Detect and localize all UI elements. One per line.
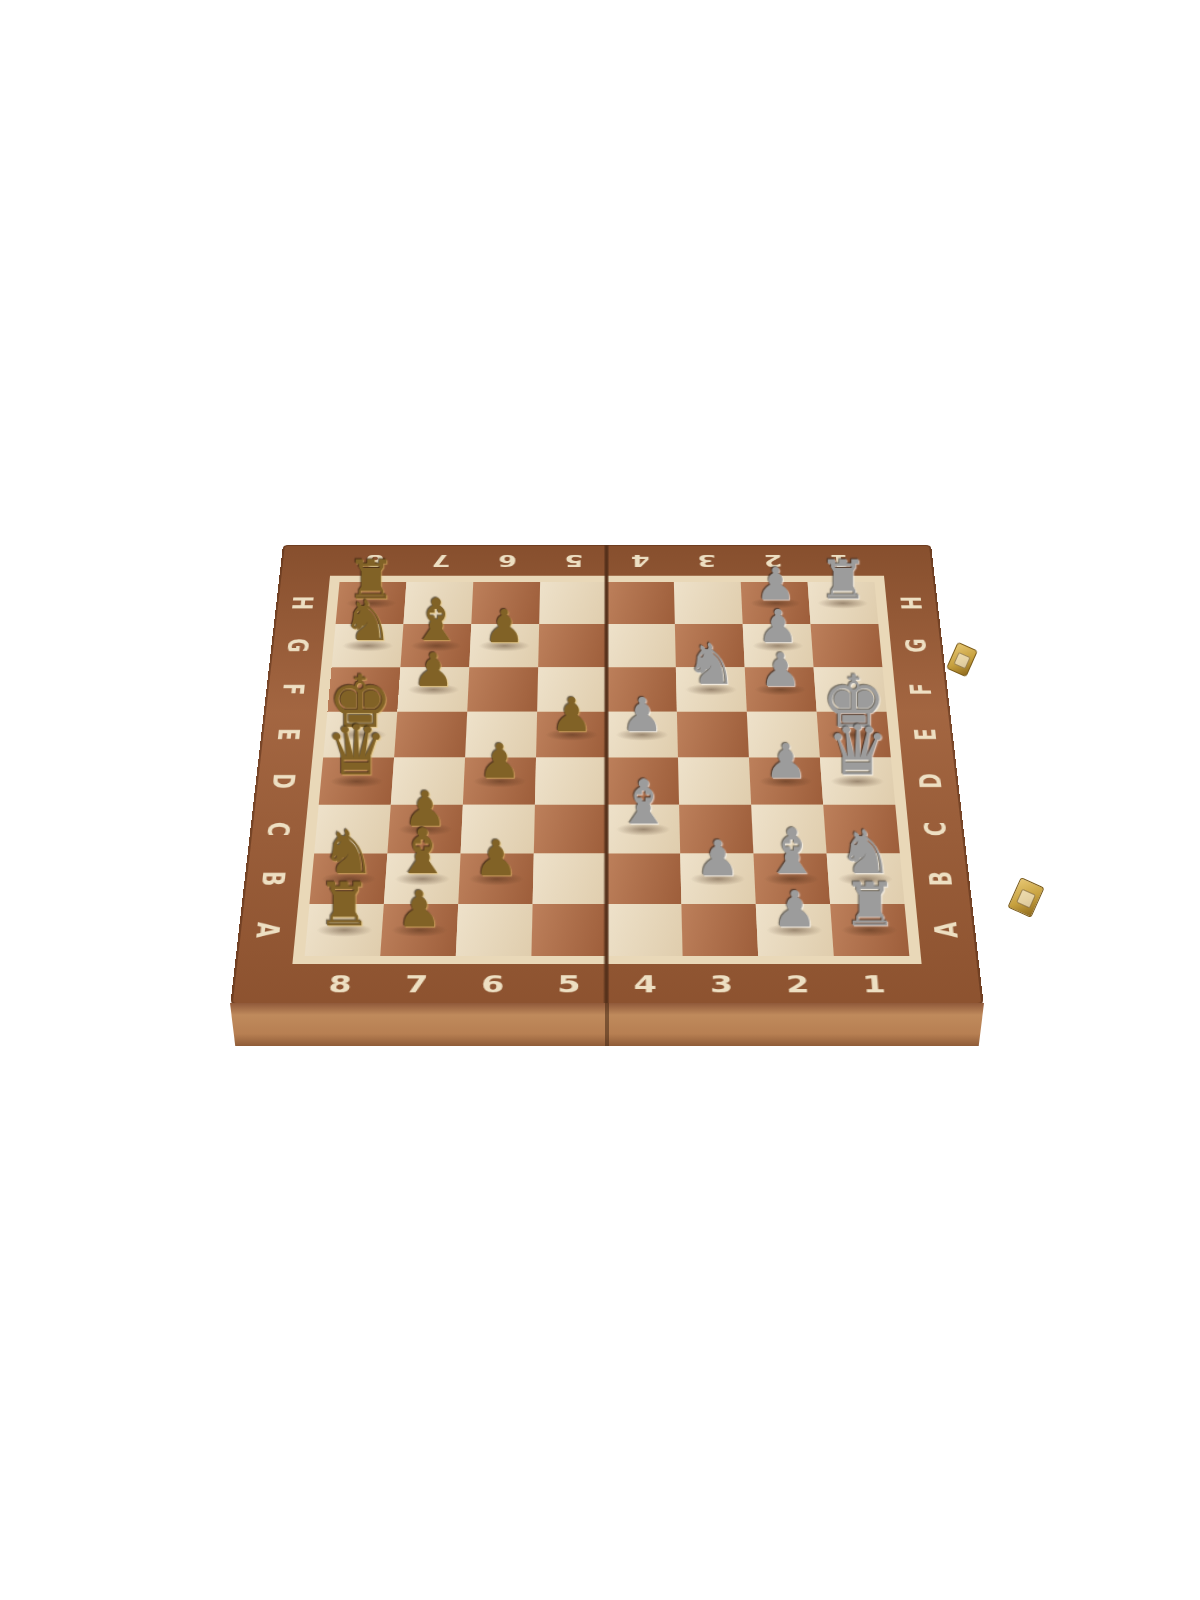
rank-label-top-6: 6 xyxy=(474,550,541,571)
chess-set-photo: 87654321 87654321 HGFEDCBA HGFEDCBA ♜♟♜♞… xyxy=(0,0,1200,1600)
pawn-glyph: ♟ xyxy=(368,884,470,934)
rank-label-bottom-1: 1 xyxy=(835,970,914,999)
rank-label-bottom-3: 3 xyxy=(683,970,760,999)
product-photo-page: 87654321 87654321 HGFEDCBA HGFEDCBA ♜♟♜♞… xyxy=(0,0,1200,1600)
rank-label-bottom-7: 7 xyxy=(377,970,455,999)
square-a7[interactable]: ♟ xyxy=(380,904,458,956)
pawn-glyph: ♟ xyxy=(458,604,551,650)
box-side-face xyxy=(230,1003,984,1046)
rank-label-bottom-8: 8 xyxy=(301,970,380,999)
pawn-glyph: ♟ xyxy=(446,834,547,883)
rook-glyph: ♜ xyxy=(797,553,889,607)
square-a5[interactable] xyxy=(531,904,607,956)
rank-label-bottom-2: 2 xyxy=(759,970,837,999)
rook-glyph: ♜ xyxy=(819,874,921,934)
queen-glyph: ♛ xyxy=(809,716,907,785)
square-a1[interactable]: ♜ xyxy=(830,904,909,956)
square-a4[interactable] xyxy=(607,904,683,956)
side-fold-gap xyxy=(605,1003,609,1046)
square-e4[interactable]: ♟ xyxy=(607,712,678,758)
pawn-glyph: ♟ xyxy=(594,692,690,739)
rank-label-top-4: 4 xyxy=(607,550,674,571)
rank-label-bottom-4: 4 xyxy=(607,970,684,999)
bishop-glyph: ♝ xyxy=(594,772,693,834)
rank-label-top-5: 5 xyxy=(540,550,607,571)
rank-label-top-7: 7 xyxy=(407,550,475,571)
chess-board: 87654321 87654321 HGFEDCBA HGFEDCBA ♜♟♜♞… xyxy=(230,545,983,1005)
pawn-glyph: ♟ xyxy=(451,738,549,786)
queen-glyph: ♛ xyxy=(308,716,406,785)
square-h4[interactable] xyxy=(607,582,675,624)
rank-label-bottom-6: 6 xyxy=(454,970,531,999)
brass-clasp-lower xyxy=(1007,877,1044,918)
square-d1[interactable]: ♛ xyxy=(820,758,895,805)
file-label-right-g: G xyxy=(881,634,952,656)
rank-label-bottom-5: 5 xyxy=(530,970,607,999)
